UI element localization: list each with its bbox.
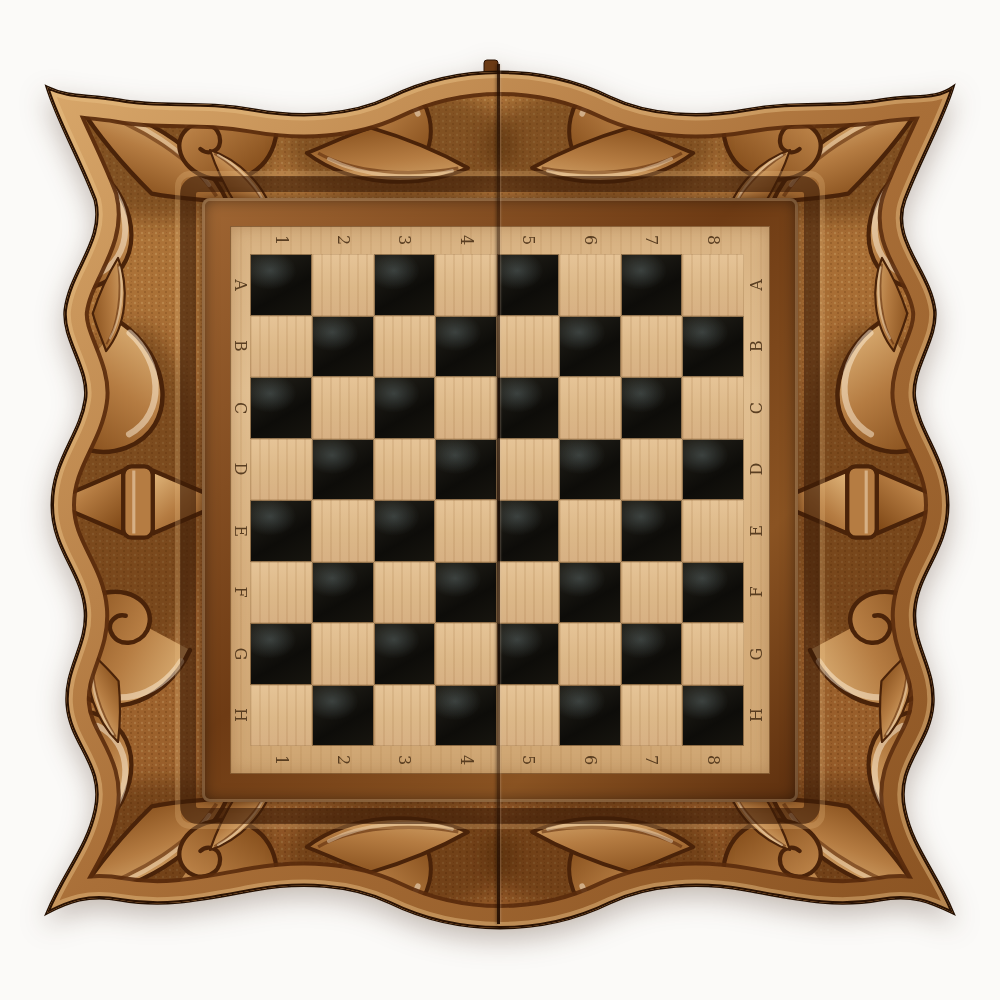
rank-label-right-A: A bbox=[744, 254, 770, 316]
file-label-top-1: 1 bbox=[250, 226, 312, 254]
square-E5[interactable] bbox=[498, 501, 558, 561]
square-A4[interactable] bbox=[435, 254, 497, 316]
file-label-bottom-4: 4 bbox=[435, 746, 497, 774]
file-label-bottom-7: 7 bbox=[621, 746, 683, 774]
file-label-bottom-5: 5 bbox=[497, 746, 559, 774]
board-corner-spacer bbox=[744, 226, 770, 254]
square-G4[interactable] bbox=[435, 623, 497, 685]
square-G5[interactable] bbox=[498, 624, 558, 684]
square-G2[interactable] bbox=[312, 623, 374, 685]
square-A6[interactable] bbox=[559, 254, 621, 316]
square-D6[interactable] bbox=[560, 440, 620, 500]
square-H3[interactable] bbox=[374, 685, 436, 747]
file-label-top-8: 8 bbox=[682, 226, 744, 254]
square-A7[interactable] bbox=[622, 255, 682, 315]
square-C5[interactable] bbox=[498, 378, 558, 438]
rank-label-left-H: H bbox=[230, 685, 250, 747]
file-label-bottom-3: 3 bbox=[374, 746, 436, 774]
board-corner-spacer bbox=[230, 226, 250, 254]
square-D1[interactable] bbox=[250, 439, 312, 501]
square-F3[interactable] bbox=[374, 562, 436, 624]
file-label-top-2: 2 bbox=[312, 226, 374, 254]
rank-label-right-H: H bbox=[744, 685, 770, 747]
file-label-top-3: 3 bbox=[374, 226, 436, 254]
square-C1[interactable] bbox=[251, 378, 311, 438]
square-H2[interactable] bbox=[313, 686, 373, 746]
square-F2[interactable] bbox=[313, 563, 373, 623]
square-F1[interactable] bbox=[250, 562, 312, 624]
carved-chess-board-photo: 12345678AABBCCDDEEFFGGHH12345678 bbox=[0, 0, 1000, 1000]
square-F4[interactable] bbox=[436, 563, 496, 623]
square-E1[interactable] bbox=[251, 501, 311, 561]
square-F8[interactable] bbox=[683, 563, 743, 623]
square-H7[interactable] bbox=[621, 685, 683, 747]
square-E2[interactable] bbox=[312, 500, 374, 562]
rank-label-left-C: C bbox=[230, 377, 250, 439]
square-C3[interactable] bbox=[375, 378, 435, 438]
square-E8[interactable] bbox=[682, 500, 744, 562]
square-B7[interactable] bbox=[621, 316, 683, 378]
square-A2[interactable] bbox=[312, 254, 374, 316]
square-D4[interactable] bbox=[436, 440, 496, 500]
rank-label-right-B: B bbox=[744, 316, 770, 378]
square-H1[interactable] bbox=[250, 685, 312, 747]
square-G8[interactable] bbox=[682, 623, 744, 685]
square-C7[interactable] bbox=[622, 378, 682, 438]
file-label-bottom-6: 6 bbox=[559, 746, 621, 774]
file-label-bottom-8: 8 bbox=[682, 746, 744, 774]
fold-seam bbox=[497, 64, 500, 924]
board-corner-spacer bbox=[230, 746, 250, 774]
square-B1[interactable] bbox=[250, 316, 312, 378]
board-corner-spacer bbox=[744, 746, 770, 774]
rank-label-right-F: F bbox=[744, 562, 770, 624]
square-B8[interactable] bbox=[683, 317, 743, 377]
square-B6[interactable] bbox=[560, 317, 620, 377]
rank-label-left-B: B bbox=[230, 316, 250, 378]
square-E7[interactable] bbox=[622, 501, 682, 561]
square-B2[interactable] bbox=[313, 317, 373, 377]
square-H8[interactable] bbox=[683, 686, 743, 746]
square-D8[interactable] bbox=[683, 440, 743, 500]
file-label-top-4: 4 bbox=[435, 226, 497, 254]
rank-label-left-D: D bbox=[230, 439, 250, 501]
square-G3[interactable] bbox=[375, 624, 435, 684]
rank-label-right-C: C bbox=[744, 377, 770, 439]
square-A8[interactable] bbox=[682, 254, 744, 316]
square-H6[interactable] bbox=[560, 686, 620, 746]
chess-board: 12345678AABBCCDDEEFFGGHH12345678 bbox=[230, 226, 770, 774]
square-E3[interactable] bbox=[375, 501, 435, 561]
rank-label-right-E: E bbox=[744, 500, 770, 562]
square-D7[interactable] bbox=[621, 439, 683, 501]
square-A3[interactable] bbox=[375, 255, 435, 315]
square-F7[interactable] bbox=[621, 562, 683, 624]
square-C6[interactable] bbox=[559, 377, 621, 439]
square-G7[interactable] bbox=[622, 624, 682, 684]
rank-label-right-D: D bbox=[744, 439, 770, 501]
square-C2[interactable] bbox=[312, 377, 374, 439]
file-label-bottom-2: 2 bbox=[312, 746, 374, 774]
square-C8[interactable] bbox=[682, 377, 744, 439]
file-label-top-7: 7 bbox=[621, 226, 683, 254]
rank-label-left-F: F bbox=[230, 562, 250, 624]
square-D2[interactable] bbox=[313, 440, 373, 500]
rank-label-left-G: G bbox=[230, 623, 250, 685]
square-H5[interactable] bbox=[497, 685, 559, 747]
square-F5[interactable] bbox=[497, 562, 559, 624]
file-label-bottom-1: 1 bbox=[250, 746, 312, 774]
square-F6[interactable] bbox=[560, 563, 620, 623]
rank-label-left-A: A bbox=[230, 254, 250, 316]
square-B4[interactable] bbox=[436, 317, 496, 377]
file-label-top-6: 6 bbox=[559, 226, 621, 254]
square-C4[interactable] bbox=[435, 377, 497, 439]
square-G1[interactable] bbox=[251, 624, 311, 684]
file-label-top-5: 5 bbox=[497, 226, 559, 254]
square-B5[interactable] bbox=[497, 316, 559, 378]
square-A1[interactable] bbox=[251, 255, 311, 315]
rank-label-right-G: G bbox=[744, 623, 770, 685]
square-D3[interactable] bbox=[374, 439, 436, 501]
square-E4[interactable] bbox=[435, 500, 497, 562]
square-B3[interactable] bbox=[374, 316, 436, 378]
square-E6[interactable] bbox=[559, 500, 621, 562]
square-D5[interactable] bbox=[497, 439, 559, 501]
rank-label-left-E: E bbox=[230, 500, 250, 562]
square-G6[interactable] bbox=[559, 623, 621, 685]
square-A5[interactable] bbox=[498, 255, 558, 315]
square-H4[interactable] bbox=[436, 686, 496, 746]
